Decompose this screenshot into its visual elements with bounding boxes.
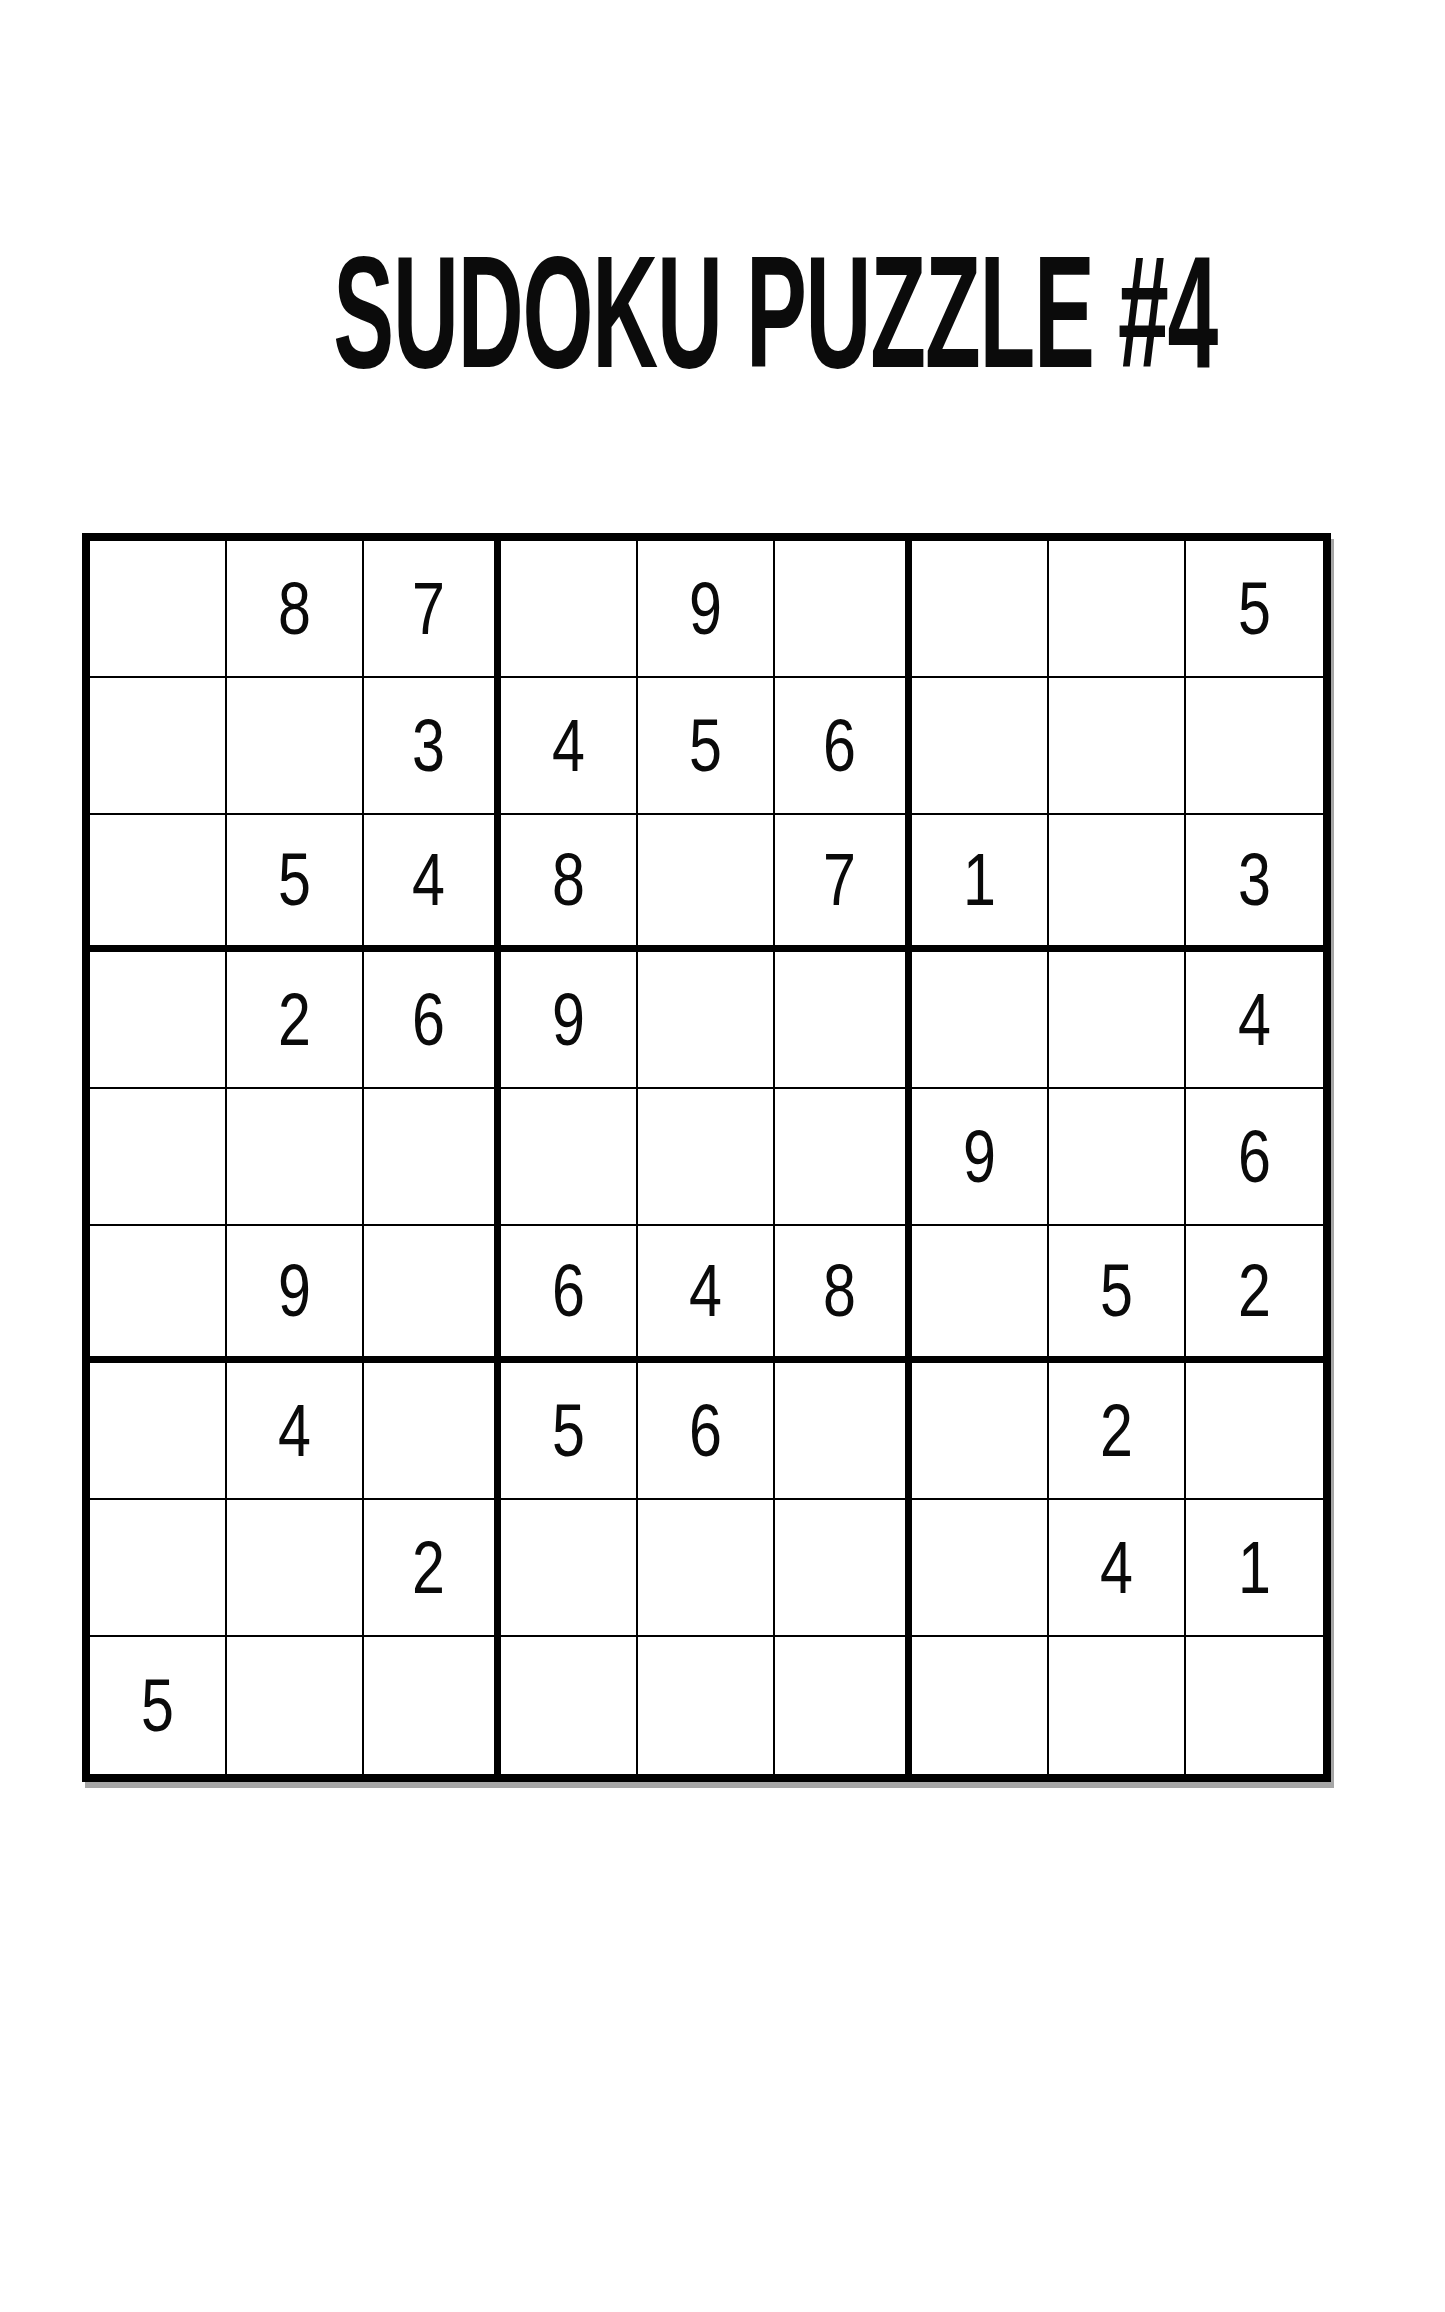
cell-r5c9[interactable]: 6 (1186, 1089, 1323, 1226)
cell-digit: 2 (413, 1531, 446, 1605)
cell-r1c5[interactable]: 9 (638, 541, 775, 678)
cell-digit: 6 (824, 709, 857, 783)
cell-r6c8[interactable]: 5 (1049, 1226, 1186, 1363)
cell-digit: 3 (413, 709, 446, 783)
cell-r1c7[interactable] (912, 541, 1049, 678)
cell-r7c6[interactable] (775, 1363, 912, 1500)
cell-r4c3[interactable]: 6 (364, 952, 501, 1089)
cell-r3c7[interactable]: 1 (912, 815, 1049, 952)
cell-digit: 8 (552, 843, 585, 917)
cell-digit: 9 (963, 1120, 996, 1194)
cell-r6c9[interactable]: 2 (1186, 1226, 1323, 1363)
cell-r2c7[interactable] (912, 678, 1049, 815)
cell-r5c3[interactable] (364, 1089, 501, 1226)
cell-digit: 5 (1100, 1254, 1133, 1328)
page-title: SUDOKU PUZZLE #4 (333, 232, 1217, 392)
cell-r8c4[interactable] (501, 1500, 638, 1637)
cell-r2c2[interactable] (227, 678, 364, 815)
cell-r5c6[interactable] (775, 1089, 912, 1226)
cell-digit: 4 (278, 1394, 311, 1468)
cell-digit: 2 (1238, 1254, 1271, 1328)
cell-r7c3[interactable] (364, 1363, 501, 1500)
cell-r5c7[interactable]: 9 (912, 1089, 1049, 1226)
cell-r2c8[interactable] (1049, 678, 1186, 815)
cell-r9c2[interactable] (227, 1637, 364, 1774)
cell-digit: 4 (1100, 1531, 1133, 1605)
cell-r4c6[interactable] (775, 952, 912, 1089)
cell-r9c1[interactable]: 5 (90, 1637, 227, 1774)
cell-digit: 6 (689, 1394, 722, 1468)
cell-digit: 6 (1238, 1120, 1271, 1194)
cell-r5c4[interactable] (501, 1089, 638, 1226)
cell-digit: 6 (413, 983, 446, 1057)
cell-r4c8[interactable] (1049, 952, 1186, 1089)
cell-digit: 6 (552, 1254, 585, 1328)
cell-digit: 7 (413, 572, 446, 646)
cell-r2c6[interactable]: 6 (775, 678, 912, 815)
cell-digit: 1 (963, 843, 996, 917)
cell-r7c4[interactable]: 5 (501, 1363, 638, 1500)
cell-digit: 9 (552, 983, 585, 1057)
cell-digit: 5 (141, 1669, 174, 1743)
cell-r1c2[interactable]: 8 (227, 541, 364, 678)
cell-r2c9[interactable] (1186, 678, 1323, 815)
page-title-wrap: SUDOKU PUZZLE #4 (0, 232, 1445, 392)
cell-r3c6[interactable]: 7 (775, 815, 912, 952)
cell-digit: 3 (1238, 843, 1271, 917)
cell-digit: 7 (824, 843, 857, 917)
cell-r1c1[interactable] (90, 541, 227, 678)
cell-r9c7[interactable] (912, 1637, 1049, 1774)
cell-r8c5[interactable] (638, 1500, 775, 1637)
cell-r5c2[interactable] (227, 1089, 364, 1226)
cell-r3c9[interactable]: 3 (1186, 815, 1323, 952)
cell-r9c9[interactable] (1186, 1637, 1323, 1774)
cell-r6c3[interactable] (364, 1226, 501, 1363)
cell-digit: 1 (1238, 1531, 1271, 1605)
page: { "page": { "title": "SUDOKU PUZZLE #4",… (0, 0, 1445, 2312)
cell-r4c5[interactable] (638, 952, 775, 1089)
cell-r4c9[interactable]: 4 (1186, 952, 1323, 1089)
cell-r8c7[interactable] (912, 1500, 1049, 1637)
cell-r3c2[interactable]: 5 (227, 815, 364, 952)
cell-r4c4[interactable]: 9 (501, 952, 638, 1089)
cell-r8c9[interactable]: 1 (1186, 1500, 1323, 1637)
cell-r5c8[interactable] (1049, 1089, 1186, 1226)
cell-r8c3[interactable]: 2 (364, 1500, 501, 1637)
cell-digit: 5 (552, 1394, 585, 1468)
cell-r6c7[interactable] (912, 1226, 1049, 1363)
cell-r7c2[interactable]: 4 (227, 1363, 364, 1500)
sudoku-board: 8795345654871326949696485245622415 (82, 533, 1331, 1782)
cell-digit: 9 (278, 1254, 311, 1328)
cell-r6c4[interactable]: 6 (501, 1226, 638, 1363)
cell-r8c8[interactable]: 4 (1049, 1500, 1186, 1637)
cell-digit: 5 (689, 709, 722, 783)
cell-r6c6[interactable]: 8 (775, 1226, 912, 1363)
cell-r1c3[interactable]: 7 (364, 541, 501, 678)
cell-r5c5[interactable] (638, 1089, 775, 1226)
cell-digit: 9 (689, 572, 722, 646)
cell-digit: 4 (1238, 983, 1271, 1057)
cell-r8c2[interactable] (227, 1500, 364, 1637)
cell-r7c7[interactable] (912, 1363, 1049, 1500)
cell-r7c1[interactable] (90, 1363, 227, 1500)
cell-r9c8[interactable] (1049, 1637, 1186, 1774)
cell-r2c3[interactable]: 3 (364, 678, 501, 815)
cell-r9c6[interactable] (775, 1637, 912, 1774)
cell-digit: 2 (278, 983, 311, 1057)
cell-r7c8[interactable]: 2 (1049, 1363, 1186, 1500)
cell-r4c2[interactable]: 2 (227, 952, 364, 1089)
cell-r7c9[interactable] (1186, 1363, 1323, 1500)
cell-r1c6[interactable] (775, 541, 912, 678)
cell-digit: 8 (824, 1254, 857, 1328)
cell-r2c1[interactable] (90, 678, 227, 815)
cell-digit: 5 (1238, 572, 1271, 646)
cell-digit: 4 (689, 1254, 722, 1328)
cell-r1c4[interactable] (501, 541, 638, 678)
cell-r3c3[interactable]: 4 (364, 815, 501, 952)
cell-r9c5[interactable] (638, 1637, 775, 1774)
cell-digit: 4 (552, 709, 585, 783)
cell-r3c5[interactable] (638, 815, 775, 952)
cell-r3c8[interactable] (1049, 815, 1186, 952)
cell-digit: 4 (413, 843, 446, 917)
cell-r8c6[interactable] (775, 1500, 912, 1637)
cell-digit: 5 (278, 843, 311, 917)
cell-r2c5[interactable]: 5 (638, 678, 775, 815)
cell-r2c4[interactable]: 4 (501, 678, 638, 815)
cell-r4c1[interactable] (90, 952, 227, 1089)
cell-digit: 2 (1100, 1394, 1133, 1468)
cell-r8c1[interactable] (90, 1500, 227, 1637)
cell-r6c5[interactable]: 4 (638, 1226, 775, 1363)
cell-digit: 8 (278, 572, 311, 646)
cell-r3c4[interactable]: 8 (501, 815, 638, 952)
cell-r1c8[interactable] (1049, 541, 1186, 678)
cell-r6c2[interactable]: 9 (227, 1226, 364, 1363)
cell-r7c5[interactable]: 6 (638, 1363, 775, 1500)
cell-r5c1[interactable] (90, 1089, 227, 1226)
cell-r1c9[interactable]: 5 (1186, 541, 1323, 678)
cell-r9c3[interactable] (364, 1637, 501, 1774)
cell-r4c7[interactable] (912, 952, 1049, 1089)
cell-r9c4[interactable] (501, 1637, 638, 1774)
cell-r3c1[interactable] (90, 815, 227, 952)
cell-r6c1[interactable] (90, 1226, 227, 1363)
